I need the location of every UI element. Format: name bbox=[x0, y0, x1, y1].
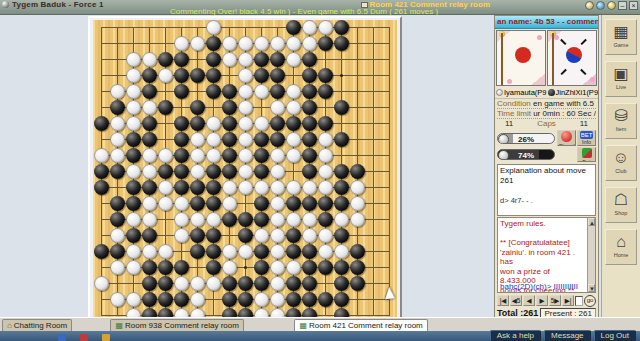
white-stone bbox=[238, 116, 253, 131]
japan-flag bbox=[496, 30, 546, 86]
tab-icon: ▦ bbox=[299, 321, 307, 330]
window-title: Tygem Baduk - Force 1 bbox=[12, 0, 104, 9]
tab-icon: ⌂ bbox=[7, 321, 12, 330]
white-stone bbox=[110, 84, 125, 99]
captures-black: 11 bbox=[580, 119, 588, 129]
black-stone bbox=[222, 116, 237, 131]
white-stone bbox=[286, 84, 301, 99]
black-stone bbox=[174, 180, 189, 195]
black-stone bbox=[270, 68, 285, 83]
white-stone bbox=[286, 260, 301, 275]
black-stone bbox=[126, 148, 141, 163]
black-stone bbox=[270, 84, 285, 99]
message-button[interactable]: Message bbox=[544, 330, 590, 341]
black-stone bbox=[286, 292, 301, 307]
tool-icon-2[interactable] bbox=[596, 1, 605, 10]
white-stone bbox=[190, 148, 205, 163]
white-stone bbox=[174, 212, 189, 227]
bet-info-button[interactable]: BETInfo bbox=[577, 130, 596, 146]
black-stone bbox=[142, 84, 157, 99]
board-panel bbox=[88, 16, 402, 327]
black-stone bbox=[126, 228, 141, 243]
black-stone bbox=[238, 228, 253, 243]
dice-icon bbox=[582, 148, 592, 158]
white-stone bbox=[174, 276, 189, 291]
white-stone bbox=[158, 68, 173, 83]
white-stone bbox=[110, 228, 125, 243]
black-stone bbox=[142, 260, 157, 275]
black-stone bbox=[174, 132, 189, 147]
black-stone bbox=[190, 116, 205, 131]
condition-value: en game with 6.5 D bbox=[533, 99, 596, 108]
white-stone bbox=[190, 212, 205, 227]
cheer-ball-icon bbox=[561, 131, 572, 142]
black-stone bbox=[206, 244, 221, 259]
white-stone bbox=[142, 100, 157, 115]
white-stone bbox=[270, 36, 285, 51]
black-gauge-knob[interactable] bbox=[498, 150, 509, 160]
white-stone bbox=[190, 276, 205, 291]
white-stone bbox=[190, 132, 205, 147]
black-stone-icon bbox=[548, 89, 555, 96]
explanation-box[interactable]: Explanation about move 261 d> 4r7- - . bbox=[497, 164, 596, 216]
log-out-button[interactable]: Log Out bbox=[594, 330, 636, 341]
white-stone bbox=[302, 180, 317, 195]
black-stone bbox=[334, 100, 349, 115]
toolbar-label: Item bbox=[616, 126, 627, 132]
black-stone bbox=[318, 36, 333, 51]
white-stone bbox=[142, 52, 157, 67]
chat-line: Tygem rules. bbox=[500, 219, 585, 229]
white-stone bbox=[238, 84, 253, 99]
black-stone bbox=[190, 68, 205, 83]
white-stone-icon bbox=[496, 89, 503, 96]
white-stone bbox=[238, 180, 253, 195]
white-stone bbox=[238, 52, 253, 67]
move-nav-row: |◀◀5◀▶5▶▶| go bbox=[495, 294, 598, 307]
white-stone bbox=[286, 148, 301, 163]
white-stone bbox=[302, 20, 317, 35]
white-gauge-knob[interactable] bbox=[498, 134, 509, 144]
taskbar-buttons: Ask a helpMessageLog Out bbox=[490, 330, 636, 341]
black-stone bbox=[174, 148, 189, 163]
black-stone bbox=[190, 180, 205, 195]
white-stone bbox=[190, 36, 205, 51]
black-stone bbox=[94, 116, 109, 131]
white-stone bbox=[126, 260, 141, 275]
white-stone bbox=[206, 212, 221, 227]
white-stone bbox=[286, 36, 301, 51]
cheer-gauges: 26% 74% Cheer! BETInfo Bet bbox=[495, 129, 598, 163]
star-point bbox=[244, 266, 247, 269]
white-stone bbox=[286, 52, 301, 67]
white-stone bbox=[270, 276, 285, 291]
tool-icon-3[interactable] bbox=[607, 1, 616, 10]
taskbar-icon-red[interactable] bbox=[80, 334, 88, 341]
black-stone bbox=[334, 196, 349, 211]
black-stone bbox=[254, 164, 269, 179]
black-stone bbox=[254, 260, 269, 275]
white-stone bbox=[270, 244, 285, 259]
black-stone bbox=[206, 84, 221, 99]
black-stone bbox=[318, 116, 333, 131]
black-stone bbox=[190, 244, 205, 259]
black-stone bbox=[334, 180, 349, 195]
black-cheer-gauge[interactable]: 74% bbox=[497, 149, 555, 160]
black-stone bbox=[318, 260, 333, 275]
black-stone bbox=[286, 244, 301, 259]
white-stone bbox=[350, 212, 365, 227]
white-stone bbox=[302, 228, 317, 243]
black-stone bbox=[302, 84, 317, 99]
black-stone bbox=[238, 276, 253, 291]
chat-input-line: bahc(2D)(ch)> IIIIIIIIIII bbox=[500, 282, 578, 292]
time-limit-value: ur 0min : 60 Sec / bbox=[533, 109, 596, 118]
japan-flag-disc bbox=[515, 47, 531, 63]
white-stone bbox=[190, 164, 205, 179]
white-cheer-gauge[interactable]: 26% bbox=[497, 133, 555, 144]
move-number-input[interactable] bbox=[575, 296, 583, 306]
black-stone bbox=[238, 212, 253, 227]
black-stone bbox=[286, 116, 301, 131]
black-stone bbox=[190, 196, 205, 211]
black-stone bbox=[238, 292, 253, 307]
white-stone bbox=[110, 148, 125, 163]
white-stone bbox=[126, 84, 141, 99]
white-stone bbox=[270, 196, 285, 211]
white-stone bbox=[334, 212, 349, 227]
black-stone bbox=[334, 36, 349, 51]
black-stone bbox=[286, 196, 301, 211]
black-stone bbox=[110, 212, 125, 227]
black-stone bbox=[350, 164, 365, 179]
white-stone bbox=[158, 244, 173, 259]
explanation-title: Explanation about move 261 bbox=[500, 166, 593, 186]
taskbar-icon-orange[interactable] bbox=[102, 334, 110, 341]
black-stone bbox=[222, 84, 237, 99]
black-stone bbox=[318, 196, 333, 211]
white-stone bbox=[270, 228, 285, 243]
white-stone bbox=[318, 244, 333, 259]
flagpole-2 bbox=[552, 33, 554, 86]
white-stone bbox=[238, 132, 253, 147]
flags-row bbox=[495, 29, 598, 87]
white-stone bbox=[126, 100, 141, 115]
black-stone bbox=[302, 148, 317, 163]
title-left: Tygem Baduk - Force 1 bbox=[2, 0, 104, 8]
item-icon: ⛁ bbox=[606, 106, 636, 126]
black-player-name: JinZhiXi1(P9 bbox=[556, 88, 598, 97]
white-stone bbox=[318, 132, 333, 147]
black-stone bbox=[142, 228, 157, 243]
white-stone bbox=[222, 196, 237, 211]
black-stone bbox=[350, 276, 365, 291]
mouse-cursor bbox=[385, 287, 398, 302]
black-stone bbox=[126, 132, 141, 147]
toolbar-home-button[interactable]: ⌂Home bbox=[605, 229, 637, 265]
white-stone bbox=[270, 212, 285, 227]
nav-button-5[interactable]: ▶| bbox=[562, 295, 574, 306]
time-limit-label: Time limit bbox=[497, 109, 531, 118]
white-stone bbox=[110, 292, 125, 307]
white-stone bbox=[270, 292, 285, 307]
black-stone bbox=[110, 164, 125, 179]
taskbar-icon-blue[interactable] bbox=[58, 334, 66, 341]
black-stone bbox=[270, 52, 285, 67]
black-stone bbox=[222, 132, 237, 147]
black-stone bbox=[270, 132, 285, 147]
white-stone bbox=[126, 164, 141, 179]
title-bar: Tygem Baduk - Force 1 Room 421 Comment r… bbox=[0, 0, 640, 15]
close-button[interactable]: × bbox=[629, 1, 638, 10]
black-stone bbox=[174, 68, 189, 83]
black-stone bbox=[142, 180, 157, 195]
black-stone bbox=[174, 52, 189, 67]
black-stone bbox=[270, 116, 285, 131]
toolbar-label: Club bbox=[615, 168, 626, 174]
white-stone bbox=[238, 244, 253, 259]
black-stone bbox=[254, 244, 269, 259]
game-icon: ▦ bbox=[606, 22, 636, 42]
black-stone bbox=[142, 132, 157, 147]
black-stone bbox=[206, 196, 221, 211]
toolbar-shop-button[interactable]: ☖Shop bbox=[605, 187, 637, 223]
taskbar-icons bbox=[58, 334, 110, 341]
toolbar-item-button[interactable]: ⛁Item bbox=[605, 103, 637, 139]
cheer-button[interactable]: Cheer! bbox=[557, 130, 576, 146]
black-stone bbox=[286, 228, 301, 243]
white-stone bbox=[190, 292, 205, 307]
bet-button[interactable]: Bet bbox=[577, 147, 596, 163]
white-stone bbox=[254, 84, 269, 99]
white-stone bbox=[126, 52, 141, 67]
white-stone bbox=[94, 148, 109, 163]
marquee-banner: an name: 4b 53 - - comments bbox=[495, 16, 598, 29]
black-stone bbox=[126, 196, 141, 211]
white-stone bbox=[126, 244, 141, 259]
tab-icon: ▦ bbox=[115, 321, 123, 330]
nav-button-4[interactable]: 5▶ bbox=[549, 295, 561, 306]
chat-scrollbar[interactable]: ▲ ▼ bbox=[587, 218, 595, 292]
toolbar-game-button[interactable]: ▦Game bbox=[605, 19, 637, 55]
condition-block: Condition en game with 6.5 D Time limit … bbox=[495, 98, 598, 119]
toolbar-label: Shop bbox=[615, 210, 628, 216]
white-stone bbox=[126, 68, 141, 83]
tab-label: Chatting Room bbox=[14, 321, 67, 330]
nav-button-2[interactable]: ◀ bbox=[523, 295, 535, 306]
black-stone bbox=[142, 116, 157, 131]
white-stone bbox=[142, 212, 157, 227]
chat-line: 'zainiu'. in room 421 . has bbox=[500, 248, 585, 267]
black-stone bbox=[254, 68, 269, 83]
white-stone bbox=[318, 180, 333, 195]
white-stone bbox=[270, 164, 285, 179]
white-stone bbox=[158, 148, 173, 163]
white-stone bbox=[222, 52, 237, 67]
black-stone bbox=[222, 148, 237, 163]
black-stone bbox=[334, 164, 349, 179]
white-stone bbox=[110, 260, 125, 275]
black-stone bbox=[158, 100, 173, 115]
white-stone bbox=[238, 36, 253, 51]
room-tabs-bar: ⌂Chatting Room▦Room 938 Comment relay ro… bbox=[0, 317, 640, 331]
toolbar-label: Home bbox=[614, 252, 629, 258]
bet-icon: BET bbox=[580, 131, 593, 139]
black-stone bbox=[334, 276, 349, 291]
black-stone bbox=[318, 84, 333, 99]
black-stone bbox=[94, 180, 109, 195]
black-stone bbox=[302, 116, 317, 131]
white-stone bbox=[270, 260, 285, 275]
black-stone bbox=[302, 244, 317, 259]
go-button[interactable]: go bbox=[584, 295, 596, 307]
black-stone bbox=[334, 228, 349, 243]
black-stone bbox=[110, 100, 125, 115]
black-stone bbox=[286, 20, 301, 35]
white-stone bbox=[286, 132, 301, 147]
black-stone bbox=[206, 228, 221, 243]
condition-label: Condition bbox=[497, 99, 531, 108]
nav-button-3[interactable]: ▶ bbox=[536, 295, 548, 306]
white-stone bbox=[350, 180, 365, 195]
white-stone bbox=[206, 148, 221, 163]
black-stone bbox=[158, 276, 173, 291]
white-stone bbox=[254, 116, 269, 131]
black-stone bbox=[350, 244, 365, 259]
white-stone bbox=[126, 212, 141, 227]
white-stone bbox=[318, 164, 333, 179]
black-stone bbox=[350, 260, 365, 275]
black-stone bbox=[254, 52, 269, 67]
players-row: Iyamauta(P9 JinZhiXi1(P9 bbox=[495, 87, 598, 98]
white-stone bbox=[286, 212, 301, 227]
white-stone bbox=[350, 196, 365, 211]
white-stone bbox=[158, 196, 173, 211]
white-stone bbox=[286, 180, 301, 195]
black-stone bbox=[302, 260, 317, 275]
white-stone bbox=[302, 36, 317, 51]
black-stone bbox=[94, 244, 109, 259]
black-stone bbox=[142, 68, 157, 83]
black-stone bbox=[254, 148, 269, 163]
minimize-button[interactable]: – bbox=[618, 1, 627, 10]
white-stone bbox=[254, 180, 269, 195]
chat-line bbox=[500, 229, 585, 239]
white-stone bbox=[174, 196, 189, 211]
white-stone bbox=[174, 36, 189, 51]
captures-white: 11 bbox=[505, 119, 513, 129]
white-stone bbox=[94, 276, 109, 291]
white-stone bbox=[174, 228, 189, 243]
white-stone bbox=[142, 164, 157, 179]
black-stone bbox=[110, 196, 125, 211]
scroll-up-icon[interactable]: ▲ bbox=[588, 218, 595, 226]
black-stone bbox=[254, 196, 269, 211]
black-stone bbox=[222, 276, 237, 291]
white-stone bbox=[254, 228, 269, 243]
black-stone bbox=[302, 52, 317, 67]
korea-flag-taegeuk bbox=[566, 47, 582, 63]
white-stone bbox=[318, 228, 333, 243]
toolbar-label: Game bbox=[614, 42, 629, 48]
ask-a-help-button[interactable]: Ask a help bbox=[490, 330, 541, 341]
tool-icon-1[interactable] bbox=[585, 1, 594, 10]
white-stone bbox=[206, 20, 221, 35]
go-board[interactable] bbox=[93, 20, 397, 323]
black-stone bbox=[206, 180, 221, 195]
black-stone bbox=[254, 212, 269, 227]
white-stone bbox=[238, 100, 253, 115]
black-stone bbox=[302, 164, 317, 179]
black-stone bbox=[174, 292, 189, 307]
white-stone bbox=[126, 292, 141, 307]
captures-label: Caps bbox=[537, 119, 556, 129]
tab-label: Room 938 Comment relay room bbox=[125, 321, 239, 330]
white-player-name: Iyamauta(P9 bbox=[504, 88, 547, 97]
black-stone bbox=[94, 164, 109, 179]
black-stone bbox=[174, 84, 189, 99]
white-stone bbox=[334, 244, 349, 259]
white-stone bbox=[206, 276, 221, 291]
black-stone bbox=[334, 260, 349, 275]
black-stone bbox=[302, 100, 317, 115]
white-stone bbox=[270, 100, 285, 115]
white-stone bbox=[286, 100, 301, 115]
shop-icon: ☖ bbox=[606, 190, 636, 210]
scroll-down-icon[interactable]: ▼ bbox=[588, 284, 595, 292]
black-stone bbox=[206, 260, 221, 275]
chat-box[interactable]: Tygem rules. ** [Congratulatatee]'zainiu… bbox=[497, 217, 596, 293]
black-stone bbox=[174, 260, 189, 275]
live-icon: ▣ bbox=[606, 64, 636, 84]
black-stone bbox=[142, 276, 157, 291]
black-stone bbox=[142, 292, 157, 307]
white-stone bbox=[254, 36, 269, 51]
white-stone bbox=[142, 196, 157, 211]
black-stone bbox=[158, 292, 173, 307]
black-stone bbox=[222, 164, 237, 179]
explanation-comment: d> 4r7- - . bbox=[500, 196, 593, 206]
white-stone bbox=[222, 36, 237, 51]
black-stone bbox=[318, 68, 333, 83]
black-stone bbox=[222, 212, 237, 227]
nav-button-1[interactable]: ◀5 bbox=[510, 295, 522, 306]
app-icon bbox=[2, 1, 9, 8]
white-stone bbox=[270, 148, 285, 163]
toolbar-label: Live bbox=[616, 84, 626, 90]
white-stone bbox=[142, 244, 157, 259]
black-stone bbox=[302, 276, 317, 291]
white-stone bbox=[206, 132, 221, 147]
toolbar-club-button[interactable]: ☺Club bbox=[605, 145, 637, 181]
game-status-line: Commenting Over! black 4.5 win ) - Even … bbox=[170, 7, 438, 16]
white-stone bbox=[206, 116, 221, 131]
white-stone bbox=[238, 68, 253, 83]
black-stone bbox=[302, 68, 317, 83]
black-stone bbox=[206, 36, 221, 51]
nav-button-0[interactable]: |◀ bbox=[497, 295, 509, 306]
black-stone bbox=[302, 132, 317, 147]
white-stone bbox=[270, 180, 285, 195]
black-stone bbox=[334, 292, 349, 307]
black-stone bbox=[302, 292, 317, 307]
white-stone bbox=[222, 244, 237, 259]
black-stone bbox=[126, 180, 141, 195]
toolbar-live-button[interactable]: ▣Live bbox=[605, 61, 637, 97]
black-stone bbox=[286, 276, 301, 291]
korea-flag bbox=[547, 30, 597, 86]
black-stone bbox=[206, 52, 221, 67]
